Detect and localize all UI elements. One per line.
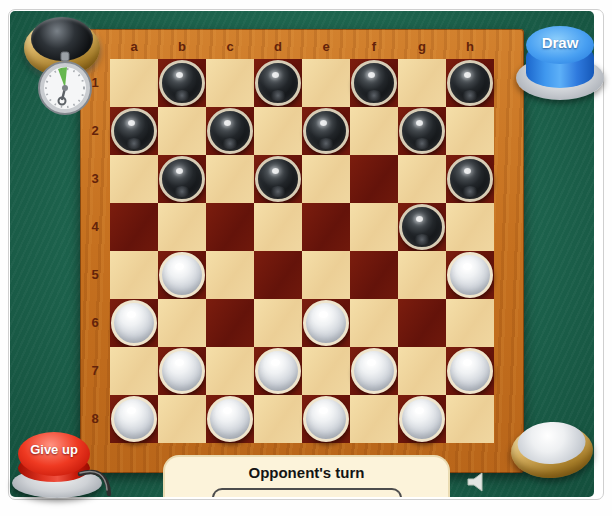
square-c5: [206, 251, 254, 299]
square-e5: [302, 251, 350, 299]
square-d2: [254, 107, 302, 155]
status-inner-box: [212, 488, 402, 497]
black-piece-g2[interactable]: [399, 108, 445, 154]
square-e3: [302, 155, 350, 203]
game-window: abcdefgh 12345678 Opponent's turn Draw: [0, 0, 612, 516]
square-g2[interactable]: [398, 107, 446, 155]
speaker-icon[interactable]: [465, 470, 491, 494]
white-piece-h5[interactable]: [447, 252, 493, 298]
square-a6[interactable]: [110, 299, 158, 347]
white-piece-e8[interactable]: [303, 396, 349, 442]
square-d1[interactable]: [254, 59, 302, 107]
button-cable: [76, 466, 122, 498]
status-panel: Opponent's turn: [163, 455, 450, 497]
checkers-board: abcdefgh 12345678: [80, 29, 524, 473]
square-h3[interactable]: [446, 155, 494, 203]
square-h1[interactable]: [446, 59, 494, 107]
square-c1: [206, 59, 254, 107]
square-g4[interactable]: [398, 203, 446, 251]
square-d8: [254, 395, 302, 443]
white-piece-g8[interactable]: [399, 396, 445, 442]
draw-button[interactable]: Draw: [514, 20, 608, 102]
row-label-5: 5: [80, 251, 110, 299]
white-piece-b7[interactable]: [159, 348, 205, 394]
square-f6: [350, 299, 398, 347]
column-label-f: f: [350, 36, 398, 58]
square-e7: [302, 347, 350, 395]
square-g1: [398, 59, 446, 107]
square-c6[interactable]: [206, 299, 254, 347]
black-piece-b3[interactable]: [159, 156, 205, 202]
square-a1: [110, 59, 158, 107]
square-a5: [110, 251, 158, 299]
square-b6: [158, 299, 206, 347]
row-label-3: 3: [80, 155, 110, 203]
column-label-c: c: [206, 36, 254, 58]
square-f2: [350, 107, 398, 155]
board-grid: [110, 59, 494, 443]
square-h7[interactable]: [446, 347, 494, 395]
row-label-7: 7: [80, 347, 110, 395]
square-g8[interactable]: [398, 395, 446, 443]
status-text: Opponent's turn: [165, 464, 448, 481]
square-d4: [254, 203, 302, 251]
square-a4[interactable]: [110, 203, 158, 251]
row-label-6: 6: [80, 299, 110, 347]
square-d6: [254, 299, 302, 347]
square-c2[interactable]: [206, 107, 254, 155]
square-a7: [110, 347, 158, 395]
square-g5: [398, 251, 446, 299]
black-piece-e2[interactable]: [303, 108, 349, 154]
square-b5[interactable]: [158, 251, 206, 299]
give-up-button-label: Give up: [18, 442, 90, 457]
square-f4: [350, 203, 398, 251]
black-piece-g4[interactable]: [399, 204, 445, 250]
square-d7[interactable]: [254, 347, 302, 395]
draw-button-label: Draw: [526, 34, 594, 51]
give-up-button[interactable]: Give up: [10, 428, 122, 500]
square-b2: [158, 107, 206, 155]
column-label-g: g: [398, 36, 446, 58]
white-piece-d7[interactable]: [255, 348, 301, 394]
row-label-4: 4: [80, 203, 110, 251]
square-g7: [398, 347, 446, 395]
square-e8[interactable]: [302, 395, 350, 443]
square-b4: [158, 203, 206, 251]
black-piece-b1[interactable]: [159, 60, 205, 106]
square-h6: [446, 299, 494, 347]
square-c4[interactable]: [206, 203, 254, 251]
square-c3: [206, 155, 254, 203]
square-e2[interactable]: [302, 107, 350, 155]
square-b3[interactable]: [158, 155, 206, 203]
square-b1[interactable]: [158, 59, 206, 107]
black-piece-d1[interactable]: [255, 60, 301, 106]
square-a3: [110, 155, 158, 203]
square-d5[interactable]: [254, 251, 302, 299]
white-piece-h7[interactable]: [447, 348, 493, 394]
white-piece-a6[interactable]: [111, 300, 157, 346]
square-g3: [398, 155, 446, 203]
stopwatch-icon: [36, 50, 94, 116]
square-e4[interactable]: [302, 203, 350, 251]
white-piece-e6[interactable]: [303, 300, 349, 346]
square-b7[interactable]: [158, 347, 206, 395]
black-piece-c2[interactable]: [207, 108, 253, 154]
column-label-h: h: [446, 36, 494, 58]
square-c8[interactable]: [206, 395, 254, 443]
white-piece-c8[interactable]: [207, 396, 253, 442]
square-d3[interactable]: [254, 155, 302, 203]
square-f5[interactable]: [350, 251, 398, 299]
player-piece-tray: [510, 422, 595, 480]
column-label-d: d: [254, 36, 302, 58]
square-f8: [350, 395, 398, 443]
square-b8: [158, 395, 206, 443]
column-label-b: b: [158, 36, 206, 58]
square-f3[interactable]: [350, 155, 398, 203]
square-e6[interactable]: [302, 299, 350, 347]
black-piece-f1[interactable]: [351, 60, 397, 106]
square-e1: [302, 59, 350, 107]
black-piece-d3[interactable]: [255, 156, 301, 202]
square-h5[interactable]: [446, 251, 494, 299]
white-piece-f7[interactable]: [351, 348, 397, 394]
column-label-e: e: [302, 36, 350, 58]
white-piece-b5[interactable]: [159, 252, 205, 298]
square-f1[interactable]: [350, 59, 398, 107]
square-c7: [206, 347, 254, 395]
square-g6[interactable]: [398, 299, 446, 347]
square-h8: [446, 395, 494, 443]
black-piece-a2[interactable]: [111, 108, 157, 154]
square-f7[interactable]: [350, 347, 398, 395]
square-a2[interactable]: [110, 107, 158, 155]
black-piece-h3[interactable]: [447, 156, 493, 202]
black-piece-h1[interactable]: [447, 60, 493, 106]
square-h4: [446, 203, 494, 251]
square-h2: [446, 107, 494, 155]
